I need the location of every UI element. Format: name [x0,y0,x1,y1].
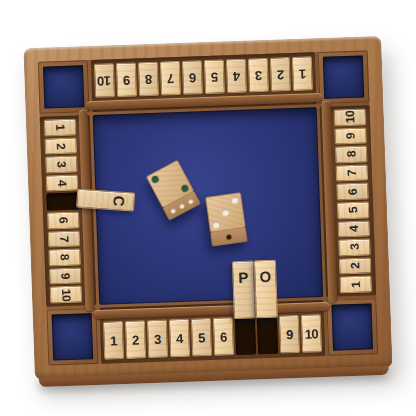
slot-right-5: 5 [337,201,370,219]
tile-bottom-10[interactable]: 10 [301,314,322,353]
tile-number: 7 [346,170,358,177]
slot-bottom-4: 4 [169,319,190,358]
tile-bottom-3[interactable]: 3 [147,320,168,359]
die-2[interactable] [205,192,248,247]
slot-bottom-5: 5 [191,318,212,357]
slot-right-7: 7 [336,164,369,182]
corner-compartment-top-left [38,60,90,114]
corner-felt [331,303,373,350]
tile-number: 4 [233,69,240,82]
tile-number: 6 [189,71,196,84]
tile-number: 1 [350,281,362,288]
tile-rack-left: 1234C678910 [40,115,97,307]
tile-right-4[interactable]: 4 [338,220,371,238]
tile-top-4[interactable]: 4 [226,59,247,94]
slot-bottom-3: 3 [147,320,168,359]
slot-right-2: 2 [339,257,372,275]
slot-top-7: 7 [160,61,181,96]
slot-right-8: 8 [335,146,368,164]
tile-top-2[interactable]: 2 [270,57,291,92]
slot-left-4: 4 [46,174,79,192]
slot-left-9: 9 [49,267,82,285]
tile-number: 6 [57,217,69,224]
corner-compartment-bottom-left [46,308,98,366]
tile-number: 3 [55,161,67,168]
tile-number: 8 [345,151,357,158]
tile-right-1[interactable]: 1 [339,276,372,294]
tile-top-6[interactable]: 6 [182,60,203,95]
shut-the-box-board: 10987654321 1234C678910 10987654321 1234… [23,36,392,380]
tile-number: 6 [346,188,358,195]
tile-right-6[interactable]: 6 [336,183,369,201]
tile-right-3[interactable]: 3 [338,239,371,257]
tile-number: 4 [56,180,68,187]
tile-bottom-5[interactable]: 5 [191,318,212,357]
slot-bottom-9: 9 [279,315,300,354]
pip [187,198,194,205]
tile-top-9[interactable]: 9 [116,62,137,97]
tile-top-3[interactable]: 3 [248,58,269,93]
tile-number: 10 [344,111,356,124]
tile-left-4[interactable]: 4 [46,174,79,192]
tile-number: 1 [110,334,117,347]
slot-right-10: 10 [334,108,367,126]
tile-left-10[interactable]: 10 [50,286,83,304]
corner-felt [43,65,84,108]
slot-top-4: 4 [226,59,247,94]
slot-right-9: 9 [334,127,367,145]
tile-number: 4 [176,331,183,344]
tile-number: 9 [344,133,356,140]
tile-number: 9 [59,273,71,280]
slot-left-1: 1 [44,119,77,137]
slot-left-3: 3 [45,156,78,174]
pip [170,207,177,214]
tile-right-5[interactable]: 5 [337,201,370,219]
pip [212,220,220,228]
tile-bottom-9[interactable]: 9 [279,315,300,354]
tile-rack-top: 10987654321 [91,52,317,112]
tile-number: 10 [304,327,318,340]
tile-number: 8 [59,254,71,261]
tile-rack-right: 10987654321 [320,105,377,297]
tile-top-5[interactable]: 5 [204,59,225,94]
tile-left-2[interactable]: 2 [44,137,77,155]
slot-right-1: 1 [339,276,372,294]
tile-left-7[interactable]: 7 [48,230,81,248]
tile-left-3[interactable]: 3 [45,156,78,174]
tile-number: 6 [220,330,227,343]
tile-left-1[interactable]: 1 [44,119,77,137]
tile-number: 9 [123,73,130,86]
tile-bottom-8-shut[interactable]: O [254,260,278,319]
tile-right-7[interactable]: 7 [336,164,369,182]
tile-number: 3 [348,244,360,251]
pip [221,208,229,216]
tile-right-8[interactable]: 8 [335,146,368,164]
tile-back-letter: C [111,195,127,207]
slot-bottom-10: 10 [301,314,322,353]
tile-rack-bottom: 123456PO910 [99,300,325,364]
slot-bottom-6: 6 [213,317,234,356]
pip [226,233,232,239]
tile-number: 7 [167,72,174,85]
tile-number: 3 [154,332,161,345]
tile-top-1[interactable]: 1 [292,56,313,91]
tile-number: 2 [55,143,67,150]
tile-number: 1 [54,124,66,131]
tile-number: 5 [198,331,205,344]
tile-number: 10 [60,288,72,301]
product-photo-background: 10987654321 1234C678910 10987654321 1234… [0,0,416,416]
corner-compartment-top-right [318,50,370,104]
tile-top-7[interactable]: 7 [160,61,181,96]
pip [181,184,190,193]
board-well: 10987654321 1234C678910 10987654321 1234… [38,50,378,365]
die-2-top-face-3 [205,192,246,233]
slot-top-6: 6 [182,60,203,95]
slot-left-2: 2 [44,137,77,155]
corner-compartment-bottom-right [326,298,378,356]
tile-back-letter: P [238,270,249,285]
slot-left-10: 10 [50,286,83,304]
slot-top-2: 2 [270,57,291,92]
corner-felt [323,56,364,99]
slot-bottom-1: 1 [103,321,124,360]
tile-back-letter: O [259,269,271,284]
slot-top-8: 8 [138,62,159,97]
corner-felt [52,313,94,360]
pip [179,202,186,209]
tile-left-5-shut[interactable]: C [76,189,135,212]
tile-number: 2 [277,68,284,81]
tile-number: 7 [58,236,70,243]
slot-left-7: 7 [48,230,81,248]
slot-top-10: 10 [94,63,115,98]
die-1[interactable] [146,160,201,221]
tile-number: 4 [348,226,360,233]
tile-number: 1 [299,67,306,80]
slot-left-6: 6 [47,212,80,230]
tile-left-9[interactable]: 9 [49,267,82,285]
slot-top-5: 5 [204,59,225,94]
tile-number: 9 [286,328,293,341]
tile-top-10[interactable]: 10 [94,63,115,98]
tile-top-8[interactable]: 8 [138,62,159,97]
tile-bottom-7-shut[interactable]: P [232,260,256,319]
slot-left-5: C [46,193,79,211]
slot-top-9: 9 [116,62,137,97]
tile-number: 5 [211,70,218,83]
tile-right-2[interactable]: 2 [339,257,372,275]
tile-number: 3 [255,69,262,82]
pip [151,175,160,184]
slot-bottom-8: O [257,316,278,355]
tile-right-9[interactable]: 9 [334,127,367,145]
tile-number: 8 [145,72,152,85]
tile-number: 2 [132,333,139,346]
tile-bottom-4[interactable]: 4 [169,319,190,358]
slot-right-4: 4 [338,220,371,238]
slot-right-3: 3 [338,239,371,257]
slot-top-1: 1 [292,56,313,91]
tile-bottom-6[interactable]: 6 [213,317,234,356]
tile-number: 5 [347,207,359,214]
slot-left-8: 8 [48,249,81,267]
tile-left-6[interactable]: 6 [47,212,80,230]
slot-top-3: 3 [248,58,269,93]
tile-number: 10 [98,74,112,87]
tile-number: 2 [349,263,361,270]
pip [231,196,239,204]
tile-left-8[interactable]: 8 [48,249,81,267]
slot-bottom-7: P [235,316,256,355]
tile-bottom-1[interactable]: 1 [103,321,124,360]
tile-right-10[interactable]: 10 [334,108,367,126]
tile-bottom-2[interactable]: 2 [125,320,146,359]
slot-bottom-2: 2 [125,320,146,359]
slot-right-6: 6 [336,183,369,201]
